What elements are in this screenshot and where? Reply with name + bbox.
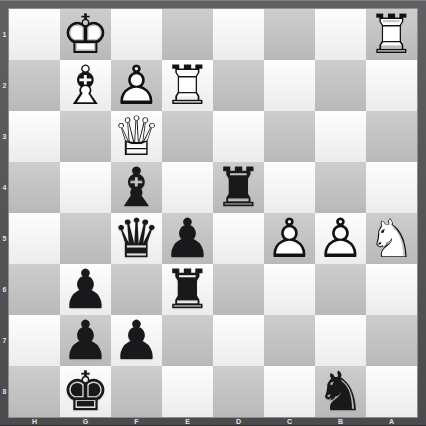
square-c2[interactable] (264, 60, 315, 111)
rank-label-1: 1 (0, 9, 9, 60)
rank-label-8: 8 (0, 366, 9, 417)
square-d8[interactable] (213, 366, 264, 417)
square-f3[interactable]: ♛♕ (111, 111, 162, 162)
square-e2[interactable]: ♜♖ (162, 60, 213, 111)
white-rook-glyph-fill: ♜ (162, 60, 213, 111)
rank-label-6: 6 (0, 264, 9, 315)
white-pawn-glyph-fill: ♟ (315, 213, 366, 264)
square-h5[interactable] (9, 213, 60, 264)
white-queen-glyph-fill: ♛ (111, 111, 162, 162)
white-pawn-piece[interactable]: ♟♙ (264, 213, 315, 264)
square-f6[interactable] (111, 264, 162, 315)
square-a6[interactable] (366, 264, 417, 315)
square-c8[interactable] (264, 366, 315, 417)
square-b5[interactable]: ♟♙ (315, 213, 366, 264)
black-knight-piece[interactable]: ♞ (315, 366, 366, 417)
square-g6[interactable]: ♟ (60, 264, 111, 315)
chess-board-frame: 12345678 HGFEDCBA ♚♔♜♖♝♗♟♙♜♖♛♕♝♜♛♟♟♙♟♙♞♘… (0, 0, 426, 426)
square-h1[interactable] (9, 9, 60, 60)
black-king-piece[interactable]: ♚ (60, 366, 111, 417)
square-e8[interactable] (162, 366, 213, 417)
chess-board: ♚♔♜♖♝♗♟♙♜♖♛♕♝♜♛♟♟♙♟♙♞♘♟♜♟♟♚♞ (9, 9, 417, 417)
square-h2[interactable] (9, 60, 60, 111)
rank-labels: 12345678 (0, 9, 9, 417)
white-pawn-piece[interactable]: ♟♙ (315, 213, 366, 264)
square-g4[interactable] (60, 162, 111, 213)
white-pawn-glyph-outline: ♙ (315, 213, 366, 264)
file-label-d: D (213, 417, 264, 426)
square-e4[interactable] (162, 162, 213, 213)
square-b2[interactable] (315, 60, 366, 111)
black-rook-glyph: ♜ (213, 162, 264, 213)
square-b4[interactable] (315, 162, 366, 213)
square-e1[interactable] (162, 9, 213, 60)
square-d3[interactable] (213, 111, 264, 162)
square-g2[interactable]: ♝♗ (60, 60, 111, 111)
square-e6[interactable]: ♜ (162, 264, 213, 315)
rank-label-5: 5 (0, 213, 9, 264)
square-f2[interactable]: ♟♙ (111, 60, 162, 111)
black-pawn-piece[interactable]: ♟ (60, 315, 111, 366)
white-bishop-glyph-fill: ♝ (60, 60, 111, 111)
file-label-b: B (315, 417, 366, 426)
square-g3[interactable] (60, 111, 111, 162)
square-a1[interactable]: ♜♖ (366, 9, 417, 60)
square-a8[interactable] (366, 366, 417, 417)
white-pawn-glyph-outline: ♙ (111, 60, 162, 111)
black-queen-glyph: ♛ (111, 213, 162, 264)
black-pawn-glyph: ♟ (60, 264, 111, 315)
black-rook-glyph: ♜ (162, 264, 213, 315)
file-label-a: A (366, 417, 417, 426)
file-label-e: E (162, 417, 213, 426)
square-a2[interactable] (366, 60, 417, 111)
square-d7[interactable] (213, 315, 264, 366)
white-queen-glyph-outline: ♕ (111, 111, 162, 162)
white-rook-glyph-outline: ♖ (162, 60, 213, 111)
black-pawn-glyph: ♟ (162, 213, 213, 264)
white-pawn-glyph-fill: ♟ (111, 60, 162, 111)
square-h4[interactable] (9, 162, 60, 213)
rank-label-7: 7 (0, 315, 9, 366)
black-pawn-piece[interactable]: ♟ (162, 213, 213, 264)
square-a4[interactable] (366, 162, 417, 213)
black-queen-piece[interactable]: ♛ (111, 213, 162, 264)
white-bishop-piece[interactable]: ♝♗ (60, 60, 111, 111)
white-bishop-glyph-outline: ♗ (60, 60, 111, 111)
black-pawn-piece[interactable]: ♟ (60, 264, 111, 315)
square-f5[interactable]: ♛ (111, 213, 162, 264)
square-f4[interactable]: ♝ (111, 162, 162, 213)
square-g8[interactable]: ♚ (60, 366, 111, 417)
square-e7[interactable] (162, 315, 213, 366)
square-g7[interactable]: ♟ (60, 315, 111, 366)
square-c6[interactable] (264, 264, 315, 315)
square-b8[interactable]: ♞ (315, 366, 366, 417)
black-pawn-glyph: ♟ (60, 315, 111, 366)
white-rook-glyph-fill: ♜ (366, 9, 417, 60)
file-label-h: H (9, 417, 60, 426)
white-rook-glyph-outline: ♖ (366, 9, 417, 60)
square-d5[interactable] (213, 213, 264, 264)
white-knight-glyph-outline: ♘ (366, 213, 417, 264)
white-king-piece[interactable]: ♚♔ (60, 9, 111, 60)
square-a3[interactable] (366, 111, 417, 162)
file-label-f: F (111, 417, 162, 426)
rank-label-2: 2 (0, 60, 9, 111)
square-f8[interactable] (111, 366, 162, 417)
white-knight-glyph-fill: ♞ (366, 213, 417, 264)
black-rook-piece[interactable]: ♜ (213, 162, 264, 213)
square-c4[interactable] (264, 162, 315, 213)
black-pawn-glyph: ♟ (111, 315, 162, 366)
square-b3[interactable] (315, 111, 366, 162)
white-rook-piece[interactable]: ♜♖ (366, 9, 417, 60)
square-f1[interactable] (111, 9, 162, 60)
square-h6[interactable] (9, 264, 60, 315)
square-c7[interactable] (264, 315, 315, 366)
black-rook-piece[interactable]: ♜ (162, 264, 213, 315)
white-knight-piece[interactable]: ♞♘ (366, 213, 417, 264)
white-rook-piece[interactable]: ♜♖ (162, 60, 213, 111)
square-d1[interactable] (213, 9, 264, 60)
rank-label-3: 3 (0, 111, 9, 162)
square-h7[interactable] (9, 315, 60, 366)
white-king-glyph-outline: ♔ (60, 9, 111, 60)
square-d6[interactable] (213, 264, 264, 315)
black-knight-glyph: ♞ (315, 366, 366, 417)
file-label-c: C (264, 417, 315, 426)
square-c1[interactable] (264, 9, 315, 60)
square-d4[interactable]: ♜ (213, 162, 264, 213)
square-f7[interactable]: ♟ (111, 315, 162, 366)
square-c5[interactable]: ♟♙ (264, 213, 315, 264)
square-d2[interactable] (213, 60, 264, 111)
white-queen-piece[interactable]: ♛♕ (111, 111, 162, 162)
rank-label-4: 4 (0, 162, 9, 213)
white-pawn-glyph-outline: ♙ (264, 213, 315, 264)
black-king-glyph: ♚ (60, 366, 111, 417)
square-h8[interactable] (9, 366, 60, 417)
square-b6[interactable] (315, 264, 366, 315)
square-g1[interactable]: ♚♔ (60, 9, 111, 60)
white-king-glyph-fill: ♚ (60, 9, 111, 60)
square-c3[interactable] (264, 111, 315, 162)
black-bishop-glyph: ♝ (111, 162, 162, 213)
square-a5[interactable]: ♞♘ (366, 213, 417, 264)
white-pawn-piece[interactable]: ♟♙ (111, 60, 162, 111)
square-a7[interactable] (366, 315, 417, 366)
black-pawn-piece[interactable]: ♟ (111, 315, 162, 366)
square-e3[interactable] (162, 111, 213, 162)
square-g5[interactable] (60, 213, 111, 264)
black-bishop-piece[interactable]: ♝ (111, 162, 162, 213)
square-h3[interactable] (9, 111, 60, 162)
file-labels: HGFEDCBA (9, 417, 417, 426)
square-b7[interactable] (315, 315, 366, 366)
white-pawn-glyph-fill: ♟ (264, 213, 315, 264)
square-e5[interactable]: ♟ (162, 213, 213, 264)
square-b1[interactable] (315, 9, 366, 60)
file-label-g: G (60, 417, 111, 426)
